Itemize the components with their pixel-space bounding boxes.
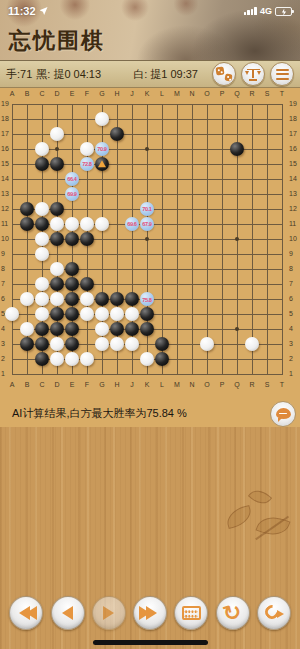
black-stone[interactable] bbox=[20, 337, 34, 351]
row-label: 17 bbox=[1, 130, 11, 138]
row-label: 10 bbox=[289, 235, 299, 243]
white-stone[interactable] bbox=[110, 307, 124, 321]
black-player-info: 黑: 提0 04:13 bbox=[36, 67, 101, 82]
column-label: A bbox=[5, 90, 19, 98]
column-label: J bbox=[125, 90, 139, 98]
white-stone[interactable] bbox=[65, 352, 79, 366]
column-label: D bbox=[50, 381, 64, 389]
row-label: 2 bbox=[289, 355, 299, 363]
black-stone[interactable] bbox=[20, 217, 34, 231]
column-label: Q bbox=[230, 90, 244, 98]
ai-hint-stone[interactable]: 69.9 bbox=[65, 187, 79, 201]
go-board[interactable]: AABBCCDDEEFFGGHHJJKKLLMMNNOOPPQQRRSSTT19… bbox=[0, 88, 300, 400]
column-label: B bbox=[20, 90, 34, 98]
row-label: 8 bbox=[289, 265, 299, 273]
row-label: 6 bbox=[1, 295, 11, 303]
white-stone[interactable] bbox=[35, 202, 49, 216]
wood-spacer bbox=[0, 427, 300, 588]
ai-hint-stone[interactable]: 70.1 bbox=[140, 202, 154, 216]
column-label: Q bbox=[230, 381, 244, 389]
column-label: S bbox=[260, 381, 274, 389]
star-point bbox=[235, 237, 239, 241]
row-label: 5 bbox=[289, 310, 299, 318]
black-stone[interactable] bbox=[230, 142, 244, 156]
column-label: E bbox=[65, 90, 79, 98]
star-point bbox=[55, 147, 59, 151]
white-stone[interactable] bbox=[35, 277, 49, 291]
white-stone[interactable] bbox=[125, 307, 139, 321]
black-stone[interactable] bbox=[125, 292, 139, 306]
black-stone[interactable] bbox=[155, 337, 169, 351]
white-stone[interactable] bbox=[95, 112, 109, 126]
white-stone[interactable] bbox=[5, 307, 19, 321]
black-stone[interactable] bbox=[35, 322, 49, 336]
star-point bbox=[235, 327, 239, 331]
black-stone[interactable] bbox=[80, 277, 94, 291]
row-label: 11 bbox=[1, 220, 11, 228]
white-stone[interactable] bbox=[80, 142, 94, 156]
row-label: 11 bbox=[289, 220, 299, 228]
status-bar: 11:32 4G bbox=[0, 3, 300, 19]
chat-button[interactable] bbox=[270, 401, 296, 427]
ai-hint-stone[interactable]: 67.9 bbox=[140, 217, 154, 231]
black-stone[interactable] bbox=[50, 322, 64, 336]
row-label: 7 bbox=[289, 280, 299, 288]
row-label: 7 bbox=[1, 280, 11, 288]
white-stone[interactable] bbox=[200, 337, 214, 351]
white-stone[interactable] bbox=[65, 217, 79, 231]
column-label: M bbox=[170, 90, 184, 98]
white-stone[interactable] bbox=[50, 352, 64, 366]
black-stone[interactable] bbox=[20, 202, 34, 216]
white-stone[interactable] bbox=[80, 217, 94, 231]
black-stone[interactable] bbox=[50, 277, 64, 291]
black-stone[interactable] bbox=[110, 292, 124, 306]
white-stone[interactable] bbox=[110, 337, 124, 351]
exit-icon bbox=[265, 605, 282, 622]
white-stone[interactable] bbox=[50, 262, 64, 276]
column-label: F bbox=[80, 90, 94, 98]
menu-button[interactable] bbox=[270, 62, 294, 86]
black-stone[interactable] bbox=[140, 307, 154, 321]
scales-icon bbox=[246, 68, 261, 81]
black-stone[interactable] bbox=[125, 322, 139, 336]
column-label: B bbox=[20, 381, 34, 389]
column-label: L bbox=[155, 90, 169, 98]
black-stone[interactable] bbox=[35, 217, 49, 231]
home-indicator[interactable] bbox=[93, 640, 208, 645]
last-move-marker bbox=[98, 160, 106, 167]
row-label: 4 bbox=[289, 325, 299, 333]
black-stone[interactable] bbox=[65, 277, 79, 291]
fast-forward-icon bbox=[143, 606, 157, 620]
score-estimate-button[interactable] bbox=[241, 62, 265, 86]
column-label: O bbox=[200, 90, 214, 98]
white-stone[interactable] bbox=[50, 127, 64, 141]
white-stone[interactable] bbox=[95, 307, 109, 321]
battery-icon bbox=[275, 7, 292, 16]
column-label: L bbox=[155, 381, 169, 389]
game-info-bar: 手:71 黑: 提0 04:13 白: 提1 09:37 bbox=[0, 60, 300, 88]
leaf-decoration bbox=[248, 485, 272, 509]
column-label: F bbox=[80, 381, 94, 389]
row-label: 3 bbox=[289, 340, 299, 348]
white-stone[interactable] bbox=[245, 337, 259, 351]
home-indicator-area bbox=[0, 638, 300, 649]
white-stone[interactable] bbox=[35, 232, 49, 246]
row-label: 9 bbox=[289, 250, 299, 258]
dice-icon bbox=[216, 67, 232, 81]
ai-hint-stone[interactable]: 66.4 bbox=[65, 172, 79, 186]
column-label: D bbox=[50, 90, 64, 98]
column-label: N bbox=[185, 381, 199, 389]
black-stone[interactable] bbox=[80, 232, 94, 246]
row-label: 6 bbox=[289, 295, 299, 303]
white-stone[interactable] bbox=[20, 292, 34, 306]
black-stone[interactable] bbox=[50, 157, 64, 171]
lower-panel: ↻ bbox=[0, 427, 300, 649]
column-label: E bbox=[65, 381, 79, 389]
row-label: 19 bbox=[1, 100, 11, 108]
step-back-icon bbox=[62, 606, 73, 620]
row-label: 14 bbox=[289, 175, 299, 183]
last-move-anchor bbox=[95, 157, 109, 171]
count-button[interactable] bbox=[174, 596, 208, 630]
black-stone[interactable] bbox=[35, 157, 49, 171]
leaf-decoration bbox=[224, 505, 254, 529]
row-label: 13 bbox=[1, 190, 11, 198]
white-stone[interactable] bbox=[35, 142, 49, 156]
row-label: 19 bbox=[289, 100, 299, 108]
white-stone[interactable] bbox=[35, 292, 49, 306]
column-label: P bbox=[215, 90, 229, 98]
row-label: 17 bbox=[289, 130, 299, 138]
black-stone[interactable] bbox=[65, 262, 79, 276]
column-label: R bbox=[245, 90, 259, 98]
black-stone[interactable] bbox=[65, 307, 79, 321]
white-stone[interactable] bbox=[35, 307, 49, 321]
column-label: J bbox=[125, 381, 139, 389]
column-label: H bbox=[110, 90, 124, 98]
white-stone[interactable] bbox=[95, 337, 109, 351]
black-stone[interactable] bbox=[65, 292, 79, 306]
white-stone[interactable] bbox=[125, 337, 139, 351]
white-stone[interactable] bbox=[50, 292, 64, 306]
column-label: C bbox=[35, 381, 49, 389]
column-label: A bbox=[5, 381, 19, 389]
black-stone[interactable] bbox=[95, 292, 109, 306]
row-label: 15 bbox=[289, 160, 299, 168]
refresh-button[interactable]: ↻ bbox=[216, 596, 250, 630]
column-label: N bbox=[185, 90, 199, 98]
black-stone[interactable] bbox=[65, 232, 79, 246]
location-arrow-icon bbox=[40, 7, 48, 15]
row-label: 13 bbox=[289, 190, 299, 198]
column-label: R bbox=[245, 381, 259, 389]
row-label: 12 bbox=[289, 205, 299, 213]
column-label: H bbox=[110, 381, 124, 389]
row-label: 15 bbox=[1, 160, 11, 168]
step-forward-icon bbox=[103, 606, 114, 620]
black-stone[interactable] bbox=[50, 307, 64, 321]
column-label: M bbox=[170, 381, 184, 389]
step-back-button[interactable] bbox=[51, 596, 85, 630]
row-label: 8 bbox=[1, 265, 11, 273]
white-stone[interactable] bbox=[80, 307, 94, 321]
row-label: 16 bbox=[289, 145, 299, 153]
black-stone[interactable] bbox=[35, 352, 49, 366]
playback-toolbar: ↻ bbox=[0, 588, 300, 638]
black-stone[interactable] bbox=[65, 322, 79, 336]
black-stone[interactable] bbox=[50, 202, 64, 216]
ai-result-text: AI计算结果,白方最大胜率为75.84 % bbox=[12, 406, 187, 421]
ai-hint-stone[interactable]: 69.6 bbox=[125, 217, 139, 231]
app-title: 忘忧围棋 bbox=[9, 26, 105, 56]
hamburger-icon bbox=[276, 69, 289, 80]
row-label: 12 bbox=[1, 205, 11, 213]
white-stone[interactable] bbox=[50, 217, 64, 231]
fast-rewind-icon bbox=[19, 606, 33, 620]
fast-forward-button[interactable] bbox=[133, 596, 167, 630]
star-point bbox=[145, 147, 149, 151]
black-stone[interactable] bbox=[110, 322, 124, 336]
black-stone[interactable] bbox=[65, 337, 79, 351]
header-banner: 11:32 4G 忘忧围棋 bbox=[0, 0, 300, 60]
row-label: 4 bbox=[1, 325, 11, 333]
network-label: 4G bbox=[260, 6, 272, 16]
column-label: C bbox=[35, 90, 49, 98]
row-label: 16 bbox=[1, 145, 11, 153]
white-stone[interactable] bbox=[50, 337, 64, 351]
black-stone[interactable] bbox=[35, 337, 49, 351]
row-label: 3 bbox=[1, 340, 11, 348]
white-stone[interactable] bbox=[95, 322, 109, 336]
ai-hint-stone[interactable]: 70.9 bbox=[95, 142, 109, 156]
white-stone[interactable] bbox=[80, 292, 94, 306]
column-label: G bbox=[95, 90, 109, 98]
column-label: P bbox=[215, 381, 229, 389]
row-label: 9 bbox=[1, 250, 11, 258]
white-stone[interactable] bbox=[20, 322, 34, 336]
row-label: 18 bbox=[289, 115, 299, 123]
ai-result-bar: AI计算结果,白方最大胜率为75.84 % bbox=[0, 400, 300, 427]
abacus-icon bbox=[182, 606, 201, 620]
white-stone[interactable] bbox=[35, 247, 49, 261]
exit-button[interactable] bbox=[257, 596, 291, 630]
speech-bubble-icon bbox=[276, 408, 291, 419]
column-label: S bbox=[260, 90, 274, 98]
white-stone[interactable] bbox=[80, 352, 94, 366]
black-stone[interactable] bbox=[140, 322, 154, 336]
refresh-icon: ↻ bbox=[221, 600, 245, 626]
black-stone[interactable] bbox=[110, 127, 124, 141]
ai-hint-stone[interactable]: 75.8 bbox=[140, 292, 154, 306]
column-label: K bbox=[140, 381, 154, 389]
white-stone[interactable] bbox=[140, 352, 154, 366]
move-counter: 手:71 bbox=[6, 67, 32, 82]
column-label: G bbox=[95, 381, 109, 389]
row-label: 10 bbox=[1, 235, 11, 243]
black-stone[interactable] bbox=[50, 232, 64, 246]
row-label: 1 bbox=[289, 370, 299, 378]
column-label: K bbox=[140, 90, 154, 98]
step-forward-button[interactable] bbox=[92, 596, 126, 630]
fast-rewind-button[interactable] bbox=[9, 596, 43, 630]
clock: 11:32 bbox=[8, 5, 36, 17]
dice-button[interactable] bbox=[212, 62, 236, 86]
column-label: O bbox=[200, 381, 214, 389]
column-label: T bbox=[275, 90, 289, 98]
black-stone[interactable] bbox=[155, 352, 169, 366]
row-label: 14 bbox=[1, 175, 11, 183]
row-label: 1 bbox=[1, 370, 11, 378]
white-stone[interactable] bbox=[95, 217, 109, 231]
row-label: 2 bbox=[1, 355, 11, 363]
signal-icon bbox=[244, 7, 257, 15]
column-label: T bbox=[275, 381, 289, 389]
star-point bbox=[145, 237, 149, 241]
white-player-info: 白: 提1 09:37 bbox=[133, 67, 198, 82]
ai-hint-stone[interactable]: 72.8 bbox=[80, 157, 94, 171]
row-label: 18 bbox=[1, 115, 11, 123]
